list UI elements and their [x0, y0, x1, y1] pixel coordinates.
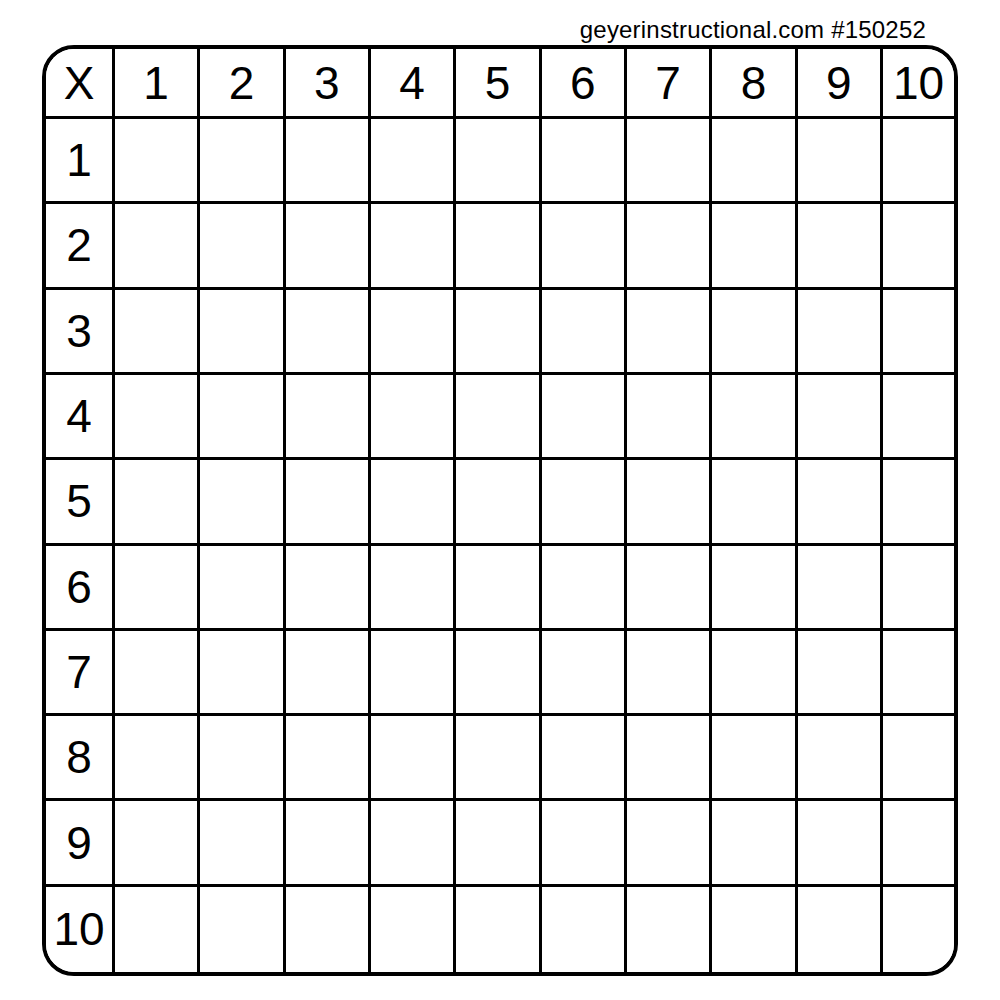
cell-r7c3[interactable] — [286, 631, 371, 716]
cell-r9c10[interactable] — [883, 801, 954, 886]
cell-r9c5[interactable] — [456, 801, 541, 886]
cell-r10c3[interactable] — [286, 887, 371, 972]
cell-r4c5[interactable] — [456, 375, 541, 460]
row-header-6: 6 — [46, 546, 115, 631]
cell-r4c8[interactable] — [712, 375, 797, 460]
cell-r6c3[interactable] — [286, 546, 371, 631]
cell-r7c10[interactable] — [883, 631, 954, 716]
cell-r6c4[interactable] — [371, 546, 456, 631]
cell-r7c9[interactable] — [798, 631, 883, 716]
cell-r8c5[interactable] — [456, 716, 541, 801]
cell-r6c6[interactable] — [542, 546, 627, 631]
cell-r4c3[interactable] — [286, 375, 371, 460]
cell-r4c4[interactable] — [371, 375, 456, 460]
cell-r9c7[interactable] — [627, 801, 712, 886]
cell-r4c6[interactable] — [542, 375, 627, 460]
cell-r3c5[interactable] — [456, 290, 541, 375]
cell-r5c3[interactable] — [286, 460, 371, 545]
row-header-8: 8 — [46, 716, 115, 801]
cell-r10c4[interactable] — [371, 887, 456, 972]
cell-r1c8[interactable] — [712, 119, 797, 204]
cell-r1c2[interactable] — [200, 119, 285, 204]
cell-r6c1[interactable] — [115, 546, 200, 631]
cell-r7c5[interactable] — [456, 631, 541, 716]
cell-r5c4[interactable] — [371, 460, 456, 545]
cell-r5c6[interactable] — [542, 460, 627, 545]
cell-r7c4[interactable] — [371, 631, 456, 716]
cell-r9c1[interactable] — [115, 801, 200, 886]
page: geyerinstructional.com #150252 X12345678… — [0, 0, 1000, 1000]
cell-r5c1[interactable] — [115, 460, 200, 545]
cell-r1c6[interactable] — [542, 119, 627, 204]
cell-r9c2[interactable] — [200, 801, 285, 886]
col-header-7: 7 — [627, 49, 712, 119]
cell-r2c4[interactable] — [371, 204, 456, 289]
row-header-7: 7 — [46, 631, 115, 716]
cell-r9c9[interactable] — [798, 801, 883, 886]
multiplication-grid: X1234567891012345678910 — [42, 45, 958, 976]
cell-r8c6[interactable] — [542, 716, 627, 801]
col-header-2: 2 — [200, 49, 285, 119]
col-header-9: 9 — [798, 49, 883, 119]
cell-r6c9[interactable] — [798, 546, 883, 631]
cell-r10c5[interactable] — [456, 887, 541, 972]
cell-r2c2[interactable] — [200, 204, 285, 289]
cell-r5c7[interactable] — [627, 460, 712, 545]
cell-r5c8[interactable] — [712, 460, 797, 545]
row-header-10: 10 — [46, 887, 115, 972]
cell-r4c7[interactable] — [627, 375, 712, 460]
cell-r9c8[interactable] — [712, 801, 797, 886]
cell-r4c10[interactable] — [883, 375, 954, 460]
cell-r2c7[interactable] — [627, 204, 712, 289]
cell-r8c4[interactable] — [371, 716, 456, 801]
cell-r2c10[interactable] — [883, 204, 954, 289]
col-header-3: 3 — [286, 49, 371, 119]
row-header-5: 5 — [46, 460, 115, 545]
cell-r1c1[interactable] — [115, 119, 200, 204]
cell-r5c9[interactable] — [798, 460, 883, 545]
row-header-3: 3 — [46, 290, 115, 375]
cell-r10c2[interactable] — [200, 887, 285, 972]
cell-r1c3[interactable] — [286, 119, 371, 204]
cell-r10c7[interactable] — [627, 887, 712, 972]
cell-r6c7[interactable] — [627, 546, 712, 631]
watermark-text: geyerinstructional.com #150252 — [580, 16, 926, 44]
cell-r3c1[interactable] — [115, 290, 200, 375]
row-header-4: 4 — [46, 375, 115, 460]
cell-r10c10[interactable] — [883, 887, 954, 972]
cell-r3c2[interactable] — [200, 290, 285, 375]
cell-r1c9[interactable] — [798, 119, 883, 204]
cell-r1c5[interactable] — [456, 119, 541, 204]
row-header-1: 1 — [46, 119, 115, 204]
cell-r8c2[interactable] — [200, 716, 285, 801]
cell-r3c3[interactable] — [286, 290, 371, 375]
cell-r10c9[interactable] — [798, 887, 883, 972]
cell-r9c6[interactable] — [542, 801, 627, 886]
cell-r7c2[interactable] — [200, 631, 285, 716]
cell-r1c10[interactable] — [883, 119, 954, 204]
cell-r6c10[interactable] — [883, 546, 954, 631]
cell-r10c6[interactable] — [542, 887, 627, 972]
cell-r8c3[interactable] — [286, 716, 371, 801]
row-header-9: 9 — [46, 801, 115, 886]
cell-r2c1[interactable] — [115, 204, 200, 289]
cell-r9c4[interactable] — [371, 801, 456, 886]
cell-r7c8[interactable] — [712, 631, 797, 716]
col-header-8: 8 — [712, 49, 797, 119]
col-header-6: 6 — [542, 49, 627, 119]
cell-r6c8[interactable] — [712, 546, 797, 631]
col-header-5: 5 — [456, 49, 541, 119]
operator-cell: X — [46, 49, 115, 119]
cell-r6c2[interactable] — [200, 546, 285, 631]
row-header-2: 2 — [46, 204, 115, 289]
cell-r7c6[interactable] — [542, 631, 627, 716]
cell-r4c9[interactable] — [798, 375, 883, 460]
cell-r7c1[interactable] — [115, 631, 200, 716]
cell-r1c4[interactable] — [371, 119, 456, 204]
cell-r10c1[interactable] — [115, 887, 200, 972]
cell-r8c10[interactable] — [883, 716, 954, 801]
cell-r4c1[interactable] — [115, 375, 200, 460]
cell-r4c2[interactable] — [200, 375, 285, 460]
cell-r2c9[interactable] — [798, 204, 883, 289]
cell-r2c3[interactable] — [286, 204, 371, 289]
cell-r5c10[interactable] — [883, 460, 954, 545]
cell-r3c6[interactable] — [542, 290, 627, 375]
cell-r3c7[interactable] — [627, 290, 712, 375]
cell-r2c5[interactable] — [456, 204, 541, 289]
cell-r3c10[interactable] — [883, 290, 954, 375]
cell-r1c7[interactable] — [627, 119, 712, 204]
cell-r5c2[interactable] — [200, 460, 285, 545]
cell-r8c8[interactable] — [712, 716, 797, 801]
cell-r3c8[interactable] — [712, 290, 797, 375]
cell-r7c7[interactable] — [627, 631, 712, 716]
cell-r10c8[interactable] — [712, 887, 797, 972]
cell-r6c5[interactable] — [456, 546, 541, 631]
col-header-1: 1 — [115, 49, 200, 119]
cell-r3c9[interactable] — [798, 290, 883, 375]
col-header-10: 10 — [883, 49, 954, 119]
cell-r9c3[interactable] — [286, 801, 371, 886]
cell-r2c8[interactable] — [712, 204, 797, 289]
cell-r2c6[interactable] — [542, 204, 627, 289]
cell-r8c1[interactable] — [115, 716, 200, 801]
cell-r8c9[interactable] — [798, 716, 883, 801]
cell-r5c5[interactable] — [456, 460, 541, 545]
col-header-4: 4 — [371, 49, 456, 119]
cell-r8c7[interactable] — [627, 716, 712, 801]
cell-r3c4[interactable] — [371, 290, 456, 375]
